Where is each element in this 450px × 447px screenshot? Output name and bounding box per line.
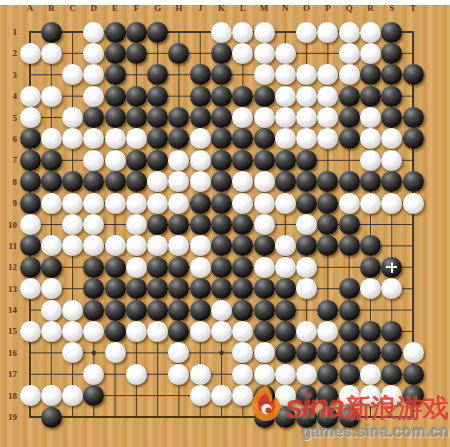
black-stone-M19[interactable] <box>254 407 275 428</box>
white-stone-T9[interactable] <box>403 193 424 214</box>
black-stone-Q16[interactable] <box>339 342 360 363</box>
black-stone-G14[interactable] <box>147 300 168 321</box>
white-stone-J17[interactable] <box>190 364 211 385</box>
black-stone-M14[interactable] <box>254 300 275 321</box>
black-stone-M13[interactable] <box>254 278 275 299</box>
black-stone-T3[interactable] <box>403 64 424 85</box>
white-stone-G9[interactable] <box>147 193 168 214</box>
black-stone-K10[interactable] <box>211 214 232 235</box>
black-stone-P17[interactable] <box>317 364 338 385</box>
black-stone-E2[interactable] <box>105 43 126 64</box>
black-stone-S4[interactable] <box>381 86 402 107</box>
black-stone-Q6[interactable] <box>339 128 360 149</box>
white-stone-N4[interactable] <box>275 86 296 107</box>
white-stone-M17[interactable] <box>254 364 275 385</box>
white-stone-L9[interactable] <box>232 193 253 214</box>
white-stone-B4[interactable] <box>41 86 62 107</box>
white-stone-M8[interactable] <box>254 171 275 192</box>
white-stone-B14[interactable] <box>41 300 62 321</box>
black-stone-F2[interactable] <box>126 43 147 64</box>
black-stone-J9[interactable] <box>190 193 211 214</box>
black-stone-T6[interactable] <box>403 128 424 149</box>
white-stone-E9[interactable] <box>105 193 126 214</box>
black-stone-K2[interactable] <box>211 43 232 64</box>
black-stone-J5[interactable] <box>190 107 211 128</box>
black-stone-R4[interactable] <box>360 86 381 107</box>
white-stone-F12[interactable] <box>126 257 147 278</box>
black-stone-F14[interactable] <box>126 300 147 321</box>
black-stone-G7[interactable] <box>147 150 168 171</box>
white-stone-M3[interactable] <box>254 64 275 85</box>
black-stone-E15[interactable] <box>105 321 126 342</box>
black-stone-K5[interactable] <box>211 107 232 128</box>
white-stone-R5[interactable] <box>360 107 381 128</box>
black-stone-K4[interactable] <box>211 86 232 107</box>
white-stone-M1[interactable] <box>254 22 275 43</box>
black-stone-H14[interactable] <box>168 300 189 321</box>
black-stone-J4[interactable] <box>190 86 211 107</box>
black-stone-E8[interactable] <box>105 171 126 192</box>
black-stone-B7[interactable] <box>41 150 62 171</box>
black-stone-O9[interactable] <box>296 193 317 214</box>
black-stone-T5[interactable] <box>403 107 424 128</box>
black-stone-L14[interactable] <box>232 300 253 321</box>
white-stone-N18[interactable] <box>275 385 296 406</box>
black-stone-G4[interactable] <box>147 86 168 107</box>
black-stone-A6[interactable] <box>20 128 41 149</box>
row-label-5: 5 <box>1 113 17 123</box>
white-stone-O17[interactable] <box>296 364 317 385</box>
white-stone-J8[interactable] <box>190 171 211 192</box>
white-stone-O1[interactable] <box>296 22 317 43</box>
black-stone-B12[interactable] <box>41 257 62 278</box>
black-stone-Q8[interactable] <box>339 171 360 192</box>
white-stone-C9[interactable] <box>62 193 83 214</box>
row-label-12: 12 <box>1 262 17 272</box>
white-stone-J11[interactable] <box>190 235 211 256</box>
black-stone-M6[interactable] <box>254 128 275 149</box>
black-stone-J13[interactable] <box>190 278 211 299</box>
black-stone-Q13[interactable] <box>339 278 360 299</box>
black-stone-Q15[interactable] <box>339 321 360 342</box>
black-stone-E14[interactable] <box>105 300 126 321</box>
white-stone-N5[interactable] <box>275 107 296 128</box>
row-label-10: 10 <box>1 220 17 230</box>
row-label-18: 18 <box>1 391 17 401</box>
row-label-14: 14 <box>1 305 17 315</box>
black-stone-A11[interactable] <box>20 235 41 256</box>
white-stone-N3[interactable] <box>275 64 296 85</box>
white-stone-K1[interactable] <box>211 22 232 43</box>
row-label-8: 8 <box>1 177 17 187</box>
black-stone-G1[interactable] <box>147 22 168 43</box>
white-stone-F10[interactable] <box>126 214 147 235</box>
black-stone-E1[interactable] <box>105 22 126 43</box>
white-stone-B9[interactable] <box>41 193 62 214</box>
white-stone-K14[interactable] <box>211 300 232 321</box>
row-label-3: 3 <box>1 70 17 80</box>
black-stone-B1[interactable] <box>41 22 62 43</box>
black-stone-D12[interactable] <box>83 257 104 278</box>
last-move-marker <box>386 262 397 273</box>
black-stone-N13[interactable] <box>275 278 296 299</box>
black-stone-A9[interactable] <box>20 193 41 214</box>
row-label-16: 16 <box>1 348 17 358</box>
black-stone-K7[interactable] <box>211 150 232 171</box>
white-stone-O15[interactable] <box>296 321 317 342</box>
black-stone-Q10[interactable] <box>339 214 360 235</box>
black-stone-T8[interactable] <box>403 171 424 192</box>
black-stone-M7[interactable] <box>254 150 275 171</box>
black-stone-N19[interactable] <box>275 407 296 428</box>
black-stone-Q14[interactable] <box>339 300 360 321</box>
white-stone-R17[interactable] <box>360 364 381 385</box>
white-stone-P1[interactable] <box>317 22 338 43</box>
black-stone-B19[interactable] <box>41 407 62 428</box>
white-stone-R7[interactable] <box>360 150 381 171</box>
black-stone-D14[interactable] <box>83 300 104 321</box>
white-stone-A10[interactable] <box>20 214 41 235</box>
row-label-2: 2 <box>1 48 17 58</box>
black-stone-Q19[interactable] <box>339 407 360 428</box>
white-stone-P4[interactable] <box>317 86 338 107</box>
row-label-13: 13 <box>1 284 17 294</box>
white-stone-Q3[interactable] <box>339 64 360 85</box>
go-board[interactable]: ABCDEFGHJKLMNOPQRST123456789101112131415… <box>0 0 450 447</box>
white-stone-L17[interactable] <box>232 364 253 385</box>
white-stone-Q18[interactable] <box>339 385 360 406</box>
black-stone-Q5[interactable] <box>339 107 360 128</box>
black-stone-L4[interactable] <box>232 86 253 107</box>
black-stone-E3[interactable] <box>105 64 126 85</box>
white-stone-J15[interactable] <box>190 321 211 342</box>
row-label-1: 1 <box>1 27 17 37</box>
white-stone-R2[interactable] <box>360 43 381 64</box>
white-stone-N17[interactable] <box>275 364 296 385</box>
black-stone-S12[interactable] <box>381 257 402 278</box>
row-label-4: 4 <box>1 91 17 101</box>
white-stone-Q9[interactable] <box>339 193 360 214</box>
black-stone-N8[interactable] <box>275 171 296 192</box>
black-stone-T17[interactable] <box>403 364 424 385</box>
black-stone-Q11[interactable] <box>339 235 360 256</box>
black-stone-F5[interactable] <box>126 107 147 128</box>
white-stone-B18[interactable] <box>41 385 62 406</box>
white-stone-J12[interactable] <box>190 257 211 278</box>
white-stone-A13[interactable] <box>20 278 41 299</box>
black-stone-E12[interactable] <box>105 257 126 278</box>
black-stone-P19[interactable] <box>317 407 338 428</box>
row-label-11: 11 <box>1 241 17 251</box>
go-game-screenshot: ABCDEFGHJKLMNOPQRST123456789101112131415… <box>0 0 450 447</box>
white-stone-N9[interactable] <box>275 193 296 214</box>
top-border <box>0 0 450 5</box>
white-stone-O10[interactable] <box>296 214 317 235</box>
white-stone-T16[interactable] <box>403 342 424 363</box>
white-stone-F17[interactable] <box>126 364 147 385</box>
black-stone-O7[interactable] <box>296 150 317 171</box>
white-stone-C5[interactable] <box>62 107 83 128</box>
black-stone-S17[interactable] <box>381 364 402 385</box>
black-stone-E5[interactable] <box>105 107 126 128</box>
white-stone-M10[interactable] <box>254 214 275 235</box>
white-stone-J7[interactable] <box>190 150 211 171</box>
white-stone-F9[interactable] <box>126 193 147 214</box>
white-stone-F15[interactable] <box>126 321 147 342</box>
black-stone-E13[interactable] <box>105 278 126 299</box>
black-stone-S1[interactable] <box>381 22 402 43</box>
white-stone-R9[interactable] <box>360 193 381 214</box>
black-stone-A8[interactable] <box>20 171 41 192</box>
black-stone-G12[interactable] <box>147 257 168 278</box>
white-stone-J18[interactable] <box>190 385 211 406</box>
black-stone-A7[interactable] <box>20 150 41 171</box>
black-stone-T18[interactable] <box>403 385 424 406</box>
row-label-7: 7 <box>1 155 17 165</box>
black-stone-R15[interactable] <box>360 321 381 342</box>
white-stone-D17[interactable] <box>83 364 104 385</box>
white-stone-A18[interactable] <box>20 385 41 406</box>
black-stone-N7[interactable] <box>275 150 296 171</box>
black-stone-Q4[interactable] <box>339 86 360 107</box>
row-label-15: 15 <box>1 326 17 336</box>
black-stone-F1[interactable] <box>126 22 147 43</box>
white-stone-R13[interactable] <box>360 278 381 299</box>
white-stone-M12[interactable] <box>254 257 275 278</box>
white-stone-E6[interactable] <box>105 128 126 149</box>
white-stone-A5[interactable] <box>20 107 41 128</box>
white-stone-K18[interactable] <box>211 385 232 406</box>
black-stone-L12[interactable] <box>232 257 253 278</box>
white-stone-B15[interactable] <box>41 321 62 342</box>
white-stone-Q1[interactable] <box>339 22 360 43</box>
black-stone-K9[interactable] <box>211 193 232 214</box>
white-stone-D9[interactable] <box>83 193 104 214</box>
white-stone-O12[interactable] <box>296 257 317 278</box>
black-stone-J3[interactable] <box>190 64 211 85</box>
white-stone-C10[interactable] <box>62 214 83 235</box>
white-stone-S7[interactable] <box>381 150 402 171</box>
white-stone-E16[interactable] <box>105 342 126 363</box>
white-stone-M2[interactable] <box>254 43 275 64</box>
white-stone-M9[interactable] <box>254 193 275 214</box>
white-stone-A4[interactable] <box>20 86 41 107</box>
white-stone-E11[interactable] <box>105 235 126 256</box>
white-stone-B2[interactable] <box>41 43 62 64</box>
white-stone-G15[interactable] <box>147 321 168 342</box>
black-stone-K12[interactable] <box>211 257 232 278</box>
white-stone-M16[interactable] <box>254 342 275 363</box>
black-stone-B8[interactable] <box>41 171 62 192</box>
white-stone-D1[interactable] <box>83 22 104 43</box>
black-stone-R12[interactable] <box>360 257 381 278</box>
black-stone-N15[interactable] <box>275 321 296 342</box>
white-stone-A15[interactable] <box>20 321 41 342</box>
row-label-9: 9 <box>1 198 17 208</box>
row-label-6: 6 <box>1 134 17 144</box>
white-stone-C15[interactable] <box>62 321 83 342</box>
white-stone-K15[interactable] <box>211 321 232 342</box>
white-stone-L1[interactable] <box>232 22 253 43</box>
black-stone-E4[interactable] <box>105 86 126 107</box>
white-stone-N2[interactable] <box>275 43 296 64</box>
white-stone-B13[interactable] <box>41 278 62 299</box>
black-stone-S2[interactable] <box>381 43 402 64</box>
black-stone-M15[interactable] <box>254 321 275 342</box>
row-label-19: 19 <box>1 412 17 422</box>
white-stone-S9[interactable] <box>381 193 402 214</box>
black-stone-L7[interactable] <box>232 150 253 171</box>
black-stone-P14[interactable] <box>317 300 338 321</box>
black-stone-O19[interactable] <box>296 407 317 428</box>
white-stone-O4[interactable] <box>296 86 317 107</box>
row-label-17: 17 <box>1 369 17 379</box>
white-stone-R1[interactable] <box>360 22 381 43</box>
white-stone-C14[interactable] <box>62 300 83 321</box>
black-stone-M18[interactable] <box>254 385 275 406</box>
black-stone-P9[interactable] <box>317 193 338 214</box>
black-stone-J14[interactable] <box>190 300 211 321</box>
black-stone-F7[interactable] <box>126 150 147 171</box>
white-stone-R18[interactable] <box>360 385 381 406</box>
black-stone-N14[interactable] <box>275 300 296 321</box>
black-stone-F8[interactable] <box>126 171 147 192</box>
black-stone-M11[interactable] <box>254 235 275 256</box>
white-stone-Q2[interactable] <box>339 43 360 64</box>
white-stone-E7[interactable] <box>105 150 126 171</box>
black-stone-F4[interactable] <box>126 86 147 107</box>
black-stone-Q17[interactable] <box>339 364 360 385</box>
black-stone-F13[interactable] <box>126 278 147 299</box>
black-stone-J10[interactable] <box>190 214 211 235</box>
white-stone-D4[interactable] <box>83 86 104 107</box>
black-stone-M4[interactable] <box>254 86 275 107</box>
black-stone-A12[interactable] <box>20 257 41 278</box>
white-stone-M5[interactable] <box>254 107 275 128</box>
white-stone-A2[interactable] <box>20 43 41 64</box>
white-stone-N12[interactable] <box>275 257 296 278</box>
white-stone-H9[interactable] <box>168 193 189 214</box>
